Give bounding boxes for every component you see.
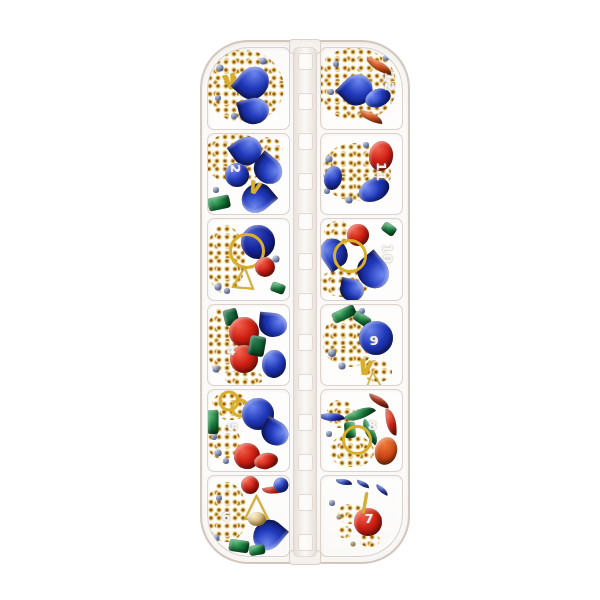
- small-rhinestone: [328, 89, 334, 95]
- compartment-7: 7: [320, 475, 403, 558]
- small-rhinestone: [213, 365, 220, 372]
- small-rhinestone: [333, 61, 339, 67]
- cell-number: 6: [222, 508, 232, 523]
- green-gem: [269, 281, 286, 295]
- compartment-4: 4: [207, 304, 290, 387]
- green-gem: [207, 194, 231, 211]
- spine-notch: [298, 374, 313, 391]
- compartment-9: ∨△9: [320, 304, 403, 387]
- small-rhinestone: [273, 256, 280, 263]
- red-gem: [383, 409, 398, 436]
- spine-notch: [298, 293, 313, 310]
- product-photo: ∨12∨211△104∨△958△67: [0, 0, 600, 600]
- small-rhinestone: [223, 458, 229, 464]
- red-gem: [241, 476, 259, 494]
- small-rhinestone: [213, 187, 219, 193]
- small-rhinestone: [336, 515, 341, 520]
- spine-notch: [298, 494, 313, 511]
- case-spine: [293, 47, 317, 557]
- compartment-2: ∨2: [207, 133, 290, 216]
- champagne-gem: [248, 512, 266, 526]
- small-rhinestone: [216, 495, 222, 501]
- small-rhinestone: [383, 55, 389, 61]
- green-gem: [248, 544, 265, 556]
- red-gem: [255, 257, 275, 277]
- cell-number: 7: [365, 511, 375, 526]
- small-rhinestone: [326, 156, 333, 163]
- spine-notch: [298, 414, 313, 431]
- small-rhinestone: [345, 196, 352, 203]
- small-rhinestone: [339, 362, 346, 369]
- gold-wire-shape: △: [364, 366, 381, 386]
- small-rhinestone: [224, 288, 230, 294]
- spine-notch: [298, 173, 313, 190]
- compartment-5: 5: [207, 389, 290, 472]
- spine-notch: [298, 53, 313, 70]
- cell-number: 8: [368, 418, 378, 433]
- small-rhinestone: [231, 113, 237, 119]
- small-rhinestone: [351, 541, 356, 546]
- spine-notch: [298, 253, 313, 270]
- cell-number: 9: [369, 332, 379, 347]
- blue-gem: [258, 312, 288, 338]
- small-rhinestone: [213, 535, 220, 542]
- gold-wire-shape: △: [231, 259, 257, 291]
- small-rhinestone: [214, 449, 221, 456]
- blue-gem: [273, 478, 288, 493]
- spine-notch: [298, 133, 313, 150]
- compartment-1: ∨: [207, 47, 290, 130]
- cell-number: 10: [379, 244, 394, 264]
- gold-wire-ring: [333, 239, 367, 273]
- cell-number: 2: [227, 164, 242, 174]
- blue-gem: [356, 479, 370, 488]
- rhinestone-case: ∨12∨211△104∨△958△67: [200, 40, 410, 564]
- small-rhinestone: [363, 142, 369, 148]
- compartment-11: 11: [320, 133, 403, 216]
- small-rhinestone: [328, 349, 336, 357]
- spine-notch: [298, 454, 313, 471]
- cell-number: 4: [226, 342, 236, 357]
- cell-number: 12: [382, 72, 397, 92]
- spine-notch: [298, 334, 313, 351]
- small-rhinestone: [326, 431, 332, 437]
- green-gem: [380, 221, 397, 237]
- compartment-6: △6: [207, 475, 290, 558]
- blue-gem: [336, 476, 352, 487]
- green-gem: [228, 539, 249, 554]
- compartment-3: △: [207, 218, 290, 301]
- compartment-8: 8: [320, 389, 403, 472]
- blue-gem: [260, 349, 286, 379]
- compartment-12: 12: [320, 47, 403, 130]
- spine-notch: [298, 93, 313, 110]
- small-rhinestone: [260, 57, 267, 64]
- compartment-grid: ∨12∨211△104∨△958△67: [207, 47, 403, 557]
- cell-number: 11: [373, 162, 388, 182]
- small-rhinestone: [359, 308, 365, 314]
- cell-number: 5: [225, 422, 240, 432]
- gold-bead-cluster: [338, 526, 352, 538]
- blue-gem: [374, 484, 390, 496]
- spine-notch: [298, 534, 313, 551]
- small-rhinestone: [215, 95, 221, 101]
- dkgreen-gem: [247, 335, 266, 357]
- small-rhinestone: [211, 434, 217, 440]
- small-rhinestone: [329, 500, 335, 506]
- spine-notch: [298, 213, 313, 230]
- green-gem: [207, 410, 218, 434]
- small-rhinestone: [214, 283, 221, 290]
- compartment-10: 10: [320, 218, 403, 301]
